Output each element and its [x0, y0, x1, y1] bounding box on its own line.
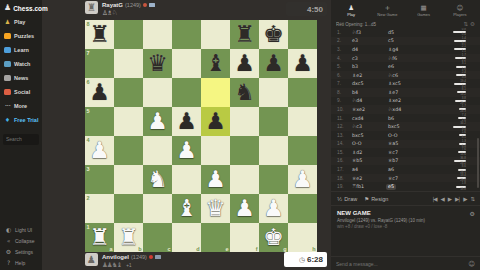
move-black[interactable]: ♕a5 — [386, 141, 422, 147]
top-player-rating: (1249) — [125, 2, 141, 9]
piece-white-p-h3[interactable]: ♟ — [288, 165, 317, 194]
sidebar-item-more[interactable]: •••More — [0, 99, 42, 113]
piece-black-p-h7[interactable]: ♟ — [288, 49, 317, 78]
play-icon: ♟ — [4, 19, 11, 25]
move-white[interactable]: ♕b5 — [350, 158, 386, 164]
file-label: e — [225, 246, 228, 252]
sidebar-nav: ♟PlayPuzzlesLearnWatchNewsSocial•••More♦… — [0, 15, 42, 127]
move-white[interactable]: ♗e2 — [350, 72, 386, 78]
move-black[interactable]: ♗e7 — [386, 89, 422, 95]
move-number: 18. — [337, 176, 350, 181]
more-icon: ••• — [4, 103, 11, 109]
move-number: 7. — [337, 81, 350, 86]
draw-icon: ½ — [337, 196, 342, 202]
square-b4[interactable] — [114, 136, 143, 165]
sidebar-item-label: Watch — [14, 61, 30, 67]
move-black[interactable]: d5 — [386, 29, 422, 35]
piece-black-p-g7[interactable]: ♟ — [259, 49, 288, 78]
square-e7[interactable]: ♝ — [201, 49, 230, 78]
logo-text: Chess.com — [13, 5, 48, 12]
jump-start-icon[interactable]: |◀ — [433, 196, 437, 202]
move-row: 3.d4♗g42.11.1 — [331, 45, 480, 54]
square-b6[interactable] — [114, 78, 143, 107]
sidebar-item-label: Play — [14, 19, 25, 25]
square-a6[interactable]: 6♟ — [85, 78, 114, 107]
move-black[interactable]: ♕b7 — [386, 158, 422, 164]
square-g7[interactable]: ♟ — [259, 49, 288, 78]
square-h7[interactable]: ♟ — [288, 49, 317, 78]
sidebar-item-label: Learn — [14, 47, 29, 53]
move-black[interactable]: e5 — [386, 184, 422, 190]
settings-icon: ⚙ — [5, 249, 12, 255]
jump-end-icon[interactable]: ▶| — [455, 196, 459, 202]
move-number: 3. — [337, 47, 350, 52]
move-list: 1.♘f3d50.80.42.e3c51.40.73.d4♗g42.11.14.… — [331, 28, 480, 191]
rank-label: 3 — [87, 166, 90, 172]
draw-button[interactable]: ½ Draw — [337, 196, 357, 202]
sidebar: ♟ Chess.com ♟PlayPuzzlesLearnWatchNewsSo… — [0, 0, 42, 270]
piece-black-r-f8[interactable]: ♜ — [230, 20, 259, 49]
move-black[interactable]: ♗xe2 — [386, 98, 422, 104]
move-white[interactable]: b4 — [350, 89, 386, 95]
move-list-scrollbar[interactable] — [477, 138, 479, 188]
light-ui-icon: ◐ — [5, 227, 12, 233]
move-row: 10.♕xe2♘xd41.724.3 — [331, 105, 480, 114]
flair-icon — [149, 255, 153, 259]
square-a4[interactable]: 4♟ — [85, 136, 114, 165]
square-f4[interactable] — [230, 136, 259, 165]
move-white[interactable]: ♘c3 — [350, 124, 386, 130]
square-f3[interactable] — [230, 165, 259, 194]
square-h1[interactable]: h — [288, 223, 317, 252]
square-c5[interactable]: ♟ — [143, 107, 172, 136]
panel-tabs: ♟Play+New Game▦Games☺Players — [331, 0, 480, 19]
help-icon: ? — [5, 260, 12, 266]
tab-play[interactable]: ♟Play — [333, 4, 369, 17]
piece-white-p-c5[interactable]: ♟ — [143, 107, 172, 136]
square-d5[interactable]: ♟ — [172, 107, 201, 136]
white-clock: ◷ 6:28 — [284, 252, 327, 267]
square-c6[interactable] — [143, 78, 172, 107]
move-number: 1. — [337, 30, 350, 35]
move-row: 18.♕e2♕c713.429.8 — [331, 174, 480, 183]
rank-label: 7 — [87, 50, 90, 56]
move-black[interactable]: ♘xd4 — [386, 106, 422, 112]
emoji-icon[interactable]: ☺ — [468, 260, 475, 268]
square-h3[interactable]: ♟ — [288, 165, 317, 194]
sidebar-footer-help[interactable]: ?Help — [0, 257, 42, 268]
piece-white-p-a4[interactable]: ♟ — [85, 136, 114, 165]
square-a5[interactable]: 5 — [85, 107, 114, 136]
square-a3[interactable]: 3 — [85, 165, 114, 194]
sidebar-item-label: Puzzles — [14, 33, 34, 39]
flag-icon — [155, 255, 161, 259]
square-d3[interactable] — [172, 165, 201, 194]
tab-players[interactable]: ☺Players — [442, 4, 478, 17]
square-d7[interactable] — [172, 49, 201, 78]
new-game-tab-icon: + — [369, 4, 405, 12]
piece-black-n-f6[interactable]: ♞ — [230, 78, 259, 107]
move-row: 11.cxd4b67.42.6 — [331, 114, 480, 123]
sidebar-footer-settings[interactable]: ⚙Settings — [0, 246, 42, 257]
move-row: 13.bxc5O-O1.68.1 — [331, 131, 480, 140]
sidebar-item-label: News — [14, 75, 28, 81]
move-number: 12. — [337, 124, 350, 129]
move-number: 4. — [337, 56, 350, 61]
collapse-icon: « — [5, 238, 12, 244]
file-label: d — [196, 246, 199, 252]
square-g5[interactable] — [259, 107, 288, 136]
move-black[interactable]: ♘f6 — [386, 55, 422, 61]
piece-black-k-g8[interactable]: ♚ — [259, 20, 288, 49]
move-number: 16. — [337, 158, 350, 163]
move-number: 14. — [337, 141, 350, 146]
square-d6[interactable] — [172, 78, 201, 107]
move-number: 11. — [337, 116, 350, 121]
move-black[interactable]: e6 — [386, 64, 422, 70]
move-black[interactable]: ♕c7 — [386, 175, 422, 181]
chat-bar: ☺ — [331, 256, 480, 270]
piece-black-p-a6[interactable]: ♟ — [85, 78, 114, 107]
square-f2[interactable]: ♟ — [230, 194, 259, 223]
move-row: 5.b3e63.11.8 — [331, 62, 480, 71]
sidebar-footer-label: Light UI — [15, 227, 32, 233]
tab-games[interactable]: ▦Games — [406, 4, 442, 17]
bottom-captured-pieces: ♟♟♞♝ — [102, 262, 121, 268]
players-tab-icon: ☺ — [442, 4, 478, 12]
move-white[interactable]: cxd4 — [350, 115, 386, 121]
move-black[interactable]: a6 — [386, 167, 422, 173]
move-white[interactable]: bxc5 — [350, 132, 386, 138]
piece-white-p-f2[interactable]: ♟ — [230, 194, 259, 223]
square-h6[interactable] — [288, 78, 317, 107]
move-row: 2.e3c51.40.7 — [331, 37, 480, 46]
square-f1[interactable]: f — [230, 223, 259, 252]
move-black[interactable]: ♘c6 — [386, 72, 422, 78]
move-black[interactable]: ♗g4 — [386, 46, 422, 52]
top-player-name[interactable]: RayatG — [102, 2, 123, 9]
move-white[interactable]: ♗d2 — [350, 149, 386, 155]
gear-icon[interactable]: ⚙ — [470, 210, 475, 217]
square-g4[interactable] — [259, 136, 288, 165]
game-panel: ♟Play+New Game▦Games☺Players Réti Openin… — [331, 0, 480, 270]
piece-black-q-c7[interactable]: ♛ — [143, 49, 172, 78]
tab-label: Players — [442, 12, 478, 17]
file-label: c — [167, 246, 170, 252]
square-d4[interactable]: ♟ — [172, 136, 201, 165]
move-number: 9. — [337, 98, 350, 103]
piece-black-p-f7[interactable]: ♟ — [230, 49, 259, 78]
chat-input[interactable] — [336, 261, 465, 267]
tab-new-game[interactable]: +New Game — [369, 4, 405, 17]
board-settings-icon[interactable]: ⚙ — [470, 21, 475, 27]
move-row: 15.♗d2♕c77.614.6 — [331, 148, 480, 157]
square-f8[interactable]: ♜ — [230, 20, 259, 49]
move-number: 15. — [337, 150, 350, 155]
sidebar-item-label: Free Trial — [14, 117, 38, 123]
square-a2[interactable]: 2 — [85, 194, 114, 223]
square-h4[interactable] — [288, 136, 317, 165]
top-player-avatar[interactable]: ♜ — [85, 1, 98, 14]
move-white[interactable]: ♖fb1 — [350, 184, 386, 190]
move-black[interactable]: O-O — [386, 132, 422, 138]
game-controls: ½ Draw ⚑ Resign |◀◀▶▶|▶⇅ — [331, 191, 480, 205]
move-row: 7.dxc5♗xc519.44.2 — [331, 79, 480, 88]
move-white[interactable]: ♘f3 — [350, 29, 386, 35]
flip-board-icon[interactable]: ⇅ — [463, 21, 468, 27]
play-icon[interactable]: ▶ — [463, 196, 466, 202]
top-captured-pieces: ♙♗♘ — [102, 10, 116, 16]
move-row: 17.a4a68.624.1 — [331, 165, 480, 174]
move-black[interactable]: bxc5 — [386, 124, 422, 130]
move-row: 8.b4♗e78.114.2 — [331, 88, 480, 97]
sidebar-item-news[interactable]: News — [0, 71, 42, 85]
square-g3[interactable] — [259, 165, 288, 194]
flag-icon — [149, 3, 155, 7]
square-b7[interactable] — [114, 49, 143, 78]
square-d1[interactable]: d — [172, 223, 201, 252]
square-c2[interactable] — [143, 194, 172, 223]
piece-white-q-e2[interactable]: ♛ — [201, 194, 230, 223]
piece-white-b-d2[interactable]: ♝ — [172, 194, 201, 223]
square-b2[interactable] — [114, 194, 143, 223]
square-e4[interactable] — [201, 136, 230, 165]
square-g2[interactable]: ♟ — [259, 194, 288, 223]
move-white[interactable]: d4 — [350, 46, 386, 52]
flair-icon — [143, 3, 147, 7]
square-c7[interactable]: ♛ — [143, 49, 172, 78]
square-a7[interactable]: 7 — [85, 49, 114, 78]
tab-label: Games — [406, 12, 442, 17]
opening-name: Réti Opening: 1...d5 — [336, 22, 461, 27]
rank-label: 2 — [87, 195, 90, 201]
move-black[interactable]: b6 — [386, 115, 422, 121]
play-tab-icon: ♟ — [333, 4, 369, 12]
file-label: h — [312, 246, 315, 252]
square-c4[interactable] — [143, 136, 172, 165]
move-row: 14.O-O♕a51.36.4 — [331, 140, 480, 149]
black-clock: 4:50 — [286, 2, 327, 16]
sidebar-footer: ◐Light UI«Collapse⚙Settings?Help — [0, 224, 42, 268]
square-e6[interactable] — [201, 78, 230, 107]
move-number: 6. — [337, 73, 350, 78]
move-white[interactable]: ♕xe2 — [350, 106, 386, 112]
move-row: 1.♘f3d50.80.4 — [331, 28, 480, 37]
piece-white-p-d4[interactable]: ♟ — [172, 136, 201, 165]
chesscom-logo[interactable]: ♟ Chess.com — [0, 0, 42, 15]
square-f5[interactable] — [230, 107, 259, 136]
square-e5[interactable]: ♟ — [201, 107, 230, 136]
move-number: 8. — [337, 90, 350, 95]
move-white[interactable]: ♘d4 — [350, 98, 386, 104]
square-d8[interactable] — [172, 20, 201, 49]
tab-label: Play — [333, 12, 369, 17]
puzzles-icon — [4, 33, 11, 39]
square-c8[interactable] — [143, 20, 172, 49]
move-black[interactable]: c5 — [386, 38, 422, 44]
logo-pawn-icon: ♟ — [4, 4, 11, 12]
move-number: 10. — [337, 107, 350, 112]
move-row: 16.♕b5♕b736.824.2 — [331, 157, 480, 166]
analysis-icon[interactable]: ⇅ — [470, 196, 474, 202]
move-white[interactable]: a4 — [350, 167, 386, 173]
resign-flag-icon: ⚑ — [364, 196, 369, 202]
square-a1[interactable]: 1a♜ — [85, 223, 114, 252]
sidebar-footer-collapse[interactable]: «Collapse — [0, 235, 42, 246]
new-game-matchup: Anvilogel (1249) vs. RayatG (1249) (10 m… — [337, 218, 474, 223]
move-row: 6.♗e2♘c62.43.3 — [331, 71, 480, 80]
piece-white-r-a1[interactable]: ♜ — [85, 223, 114, 252]
move-row: 4.c3♘f61.72.2 — [331, 54, 480, 63]
sidebar-item-free-trial[interactable]: ♦Free Trial — [0, 113, 42, 127]
square-e1[interactable]: e — [201, 223, 230, 252]
rank-label: 5 — [87, 108, 90, 114]
square-f7[interactable]: ♟ — [230, 49, 259, 78]
square-b5[interactable] — [114, 107, 143, 136]
move-black[interactable]: ♕c7 — [386, 149, 422, 155]
new-game-title: NEW GAME — [337, 210, 474, 216]
square-h8[interactable] — [288, 20, 317, 49]
bottom-player-rating: (1249) — [131, 254, 147, 261]
file-label: f — [256, 246, 258, 252]
square-b1[interactable]: b♜ — [114, 223, 143, 252]
piece-black-p-d5[interactable]: ♟ — [172, 107, 201, 136]
move-white[interactable]: O-O — [350, 141, 386, 147]
sidebar-item-label: Social — [14, 89, 30, 95]
square-e8[interactable] — [201, 20, 230, 49]
resign-button[interactable]: ⚑ Resign — [364, 196, 388, 202]
timer-icon: ◷ — [299, 256, 305, 264]
move-white[interactable]: e3 — [350, 38, 386, 44]
move-number: 17. — [337, 167, 350, 172]
move-white[interactable]: c3 — [350, 55, 386, 61]
bottom-player-name[interactable]: Anvilogel — [102, 254, 129, 261]
new-game-rating-odds: win +8 / draw +0 / lose -8 — [337, 224, 474, 229]
square-c3[interactable]: ♞ — [143, 165, 172, 194]
move-number: 19. — [337, 184, 350, 189]
square-g1[interactable]: g♚ — [259, 223, 288, 252]
square-e2[interactable]: ♛ — [201, 194, 230, 223]
move-number: 5. — [337, 64, 350, 69]
sidebar-item-puzzles[interactable]: Puzzles — [0, 29, 42, 43]
sidebar-footer-label: Collapse — [15, 238, 34, 244]
chess-board[interactable]: 8♜♜♚7♛♝♟♟♟6♟♞5♟♟♟4♟♟3♞♟♟2♝♛♟♟1a♜b♜cdefg♚… — [85, 20, 317, 252]
sidebar-item-social[interactable]: Social — [0, 85, 42, 99]
square-c1[interactable]: c — [143, 223, 172, 252]
move-black[interactable]: ♗xc5 — [386, 81, 422, 87]
piece-white-r-b1[interactable]: ♜ — [114, 223, 143, 252]
move-white[interactable]: dxc5 — [350, 81, 386, 87]
piece-white-n-c3[interactable]: ♞ — [143, 165, 172, 194]
tab-label: New Game — [369, 12, 405, 17]
move-row: 12.♘c3bxc534.23.4 — [331, 122, 480, 131]
bottom-material-score: +1 — [126, 263, 131, 268]
news-icon — [4, 75, 11, 81]
square-g6[interactable] — [259, 78, 288, 107]
square-e3[interactable]: ♟ — [201, 165, 230, 194]
move-white[interactable]: b3 — [350, 64, 386, 70]
watch-icon — [4, 61, 11, 67]
sidebar-item-learn[interactable]: Learn — [0, 43, 42, 57]
piece-black-b-e7[interactable]: ♝ — [201, 49, 230, 78]
games-tab-icon: ▦ — [406, 4, 442, 12]
piece-white-p-e3[interactable]: ♟ — [201, 165, 230, 194]
sidebar-footer-label: Help — [15, 260, 25, 266]
square-b8[interactable] — [114, 20, 143, 49]
square-h2[interactable] — [288, 194, 317, 223]
search-input[interactable] — [3, 134, 39, 145]
square-g8[interactable]: ♚ — [259, 20, 288, 49]
bottom-player-avatar[interactable]: ♟ — [85, 253, 98, 266]
move-row: 9.♘d4♗xe23.829.7 — [331, 97, 480, 106]
step-forward-icon[interactable]: ▶ — [448, 196, 451, 202]
square-f6[interactable]: ♞ — [230, 78, 259, 107]
square-d2[interactable]: ♝ — [172, 194, 201, 223]
move-white[interactable]: ♕e2 — [350, 175, 386, 181]
sidebar-footer-label: Settings — [15, 249, 33, 255]
square-a8[interactable]: 8♜ — [85, 20, 114, 49]
step-back-icon[interactable]: ◀ — [441, 196, 444, 202]
free-trial-icon: ♦ — [4, 117, 11, 123]
sidebar-item-play[interactable]: ♟Play — [0, 15, 42, 29]
sidebar-footer-light-ui[interactable]: ◐Light UI — [0, 224, 42, 235]
learn-icon — [4, 47, 11, 53]
sidebar-item-watch[interactable]: Watch — [0, 57, 42, 71]
piece-white-p-g2[interactable]: ♟ — [259, 194, 288, 223]
square-b3[interactable] — [114, 165, 143, 194]
move-time: 1.818.8 — [456, 182, 466, 191]
playback-controls: |◀◀▶▶|▶⇅ — [433, 196, 475, 202]
new-game-section: NEW GAME Anvilogel (1249) vs. RayatG (12… — [331, 205, 480, 233]
piece-black-r-a8[interactable]: ♜ — [85, 20, 114, 49]
move-number: 13. — [337, 133, 350, 138]
move-number: 2. — [337, 38, 350, 43]
sidebar-item-label: More — [14, 103, 27, 109]
social-icon — [4, 89, 11, 95]
piece-black-p-e5[interactable]: ♟ — [201, 107, 230, 136]
square-h5[interactable] — [288, 107, 317, 136]
piece-white-k-g1[interactable]: ♚ — [259, 223, 288, 252]
move-row: 19.♖fb1e51.818.8 — [331, 182, 480, 191]
